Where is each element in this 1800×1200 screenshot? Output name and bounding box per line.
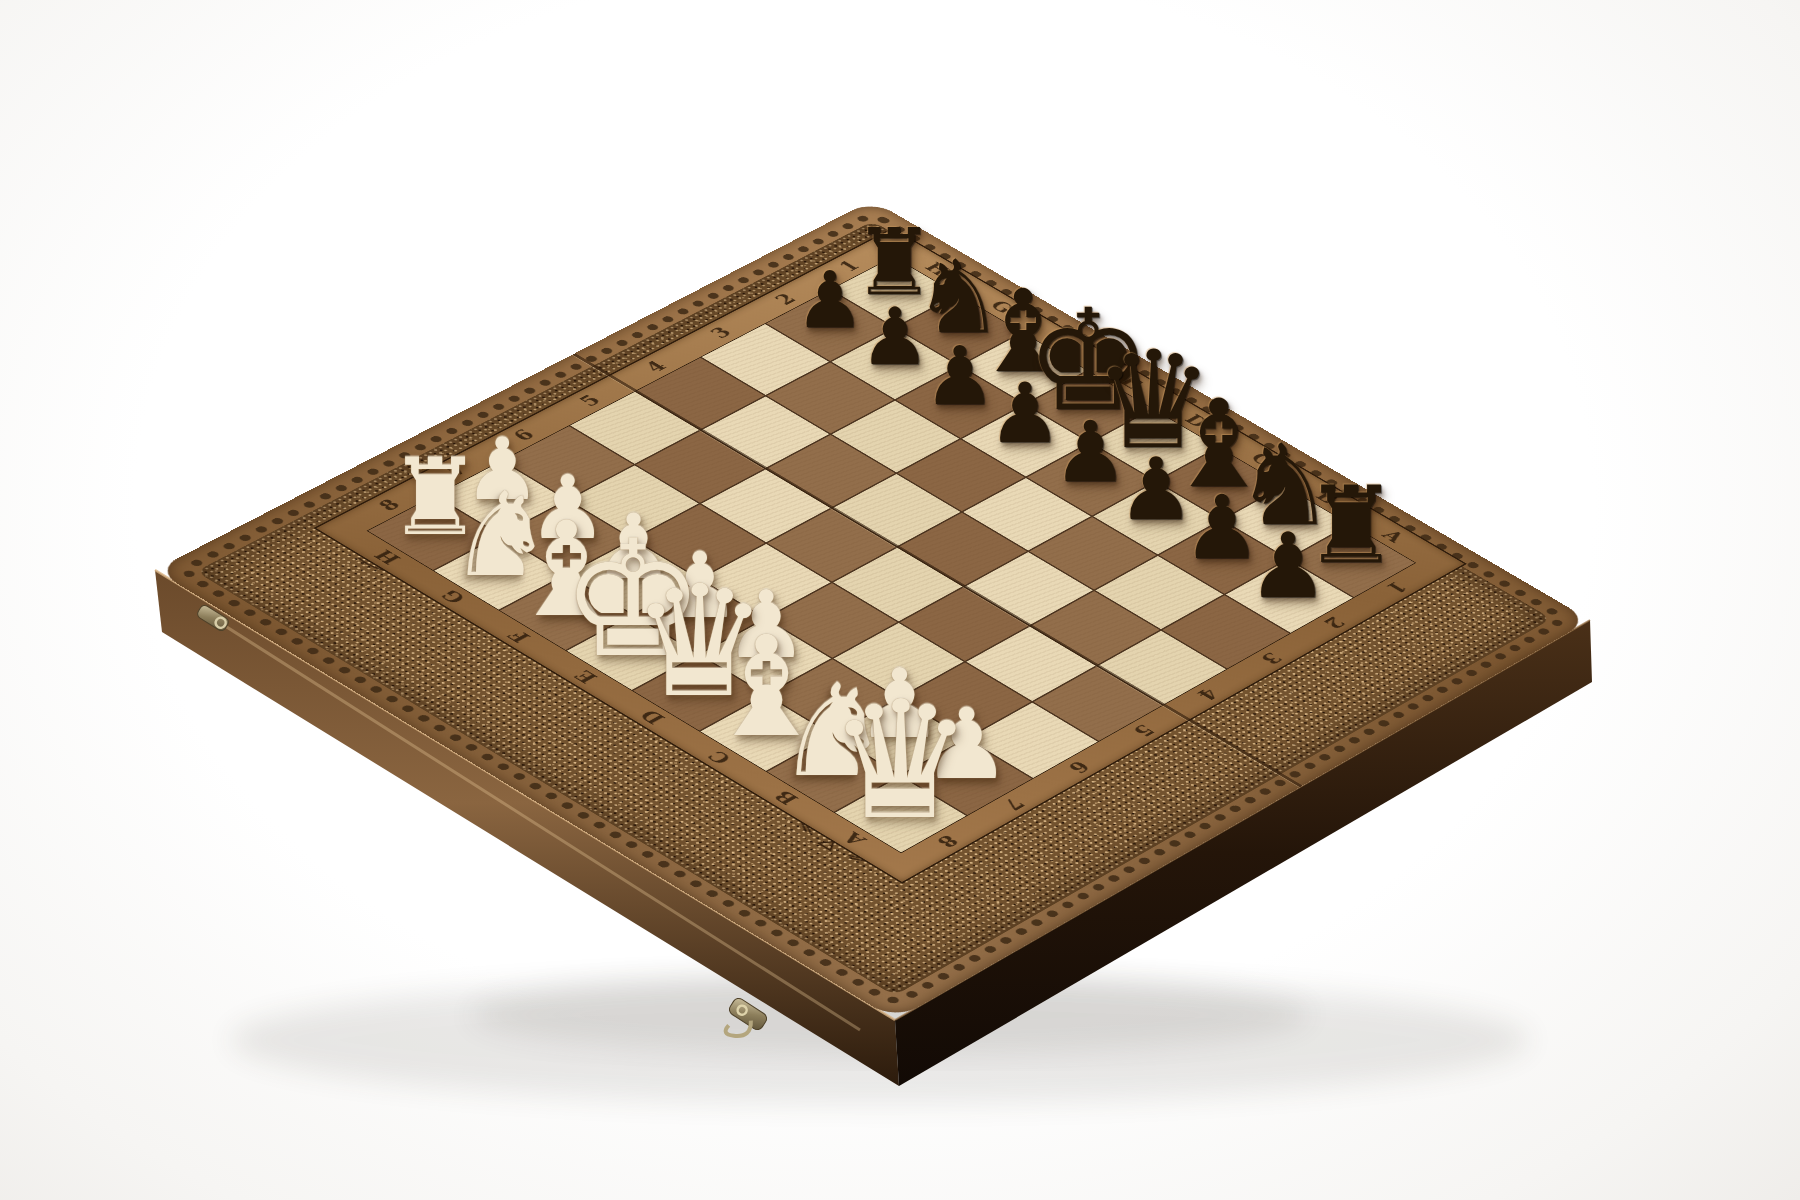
coordinate-label-3: 3 <box>696 319 745 346</box>
coordinate-label-5: 5 <box>565 386 614 414</box>
coordinate-label-5: 5 <box>1119 716 1169 745</box>
black-pawn-g2[interactable]: ♟ <box>859 299 930 378</box>
black-pawn-e2[interactable]: ♟ <box>988 372 1062 455</box>
black-pawn-h2[interactable]: ♟ <box>795 261 865 339</box>
photo-canvas: HH11GG22FF33EE44DD55CC66BB77AA88 ♜♞♝♚♛♝♞… <box>0 0 1800 1200</box>
coordinate-label-6: 6 <box>1054 752 1104 781</box>
coordinate-label-4: 4 <box>1183 679 1232 708</box>
coordinate-label-4: 4 <box>631 352 680 380</box>
black-pawn-f2[interactable]: ♟ <box>923 335 996 416</box>
coordinate-label-3: 3 <box>1247 644 1296 672</box>
white-queen-a8[interactable]: ♛ <box>828 679 974 842</box>
black-pawn-a2[interactable]: ♟ <box>1248 521 1329 611</box>
